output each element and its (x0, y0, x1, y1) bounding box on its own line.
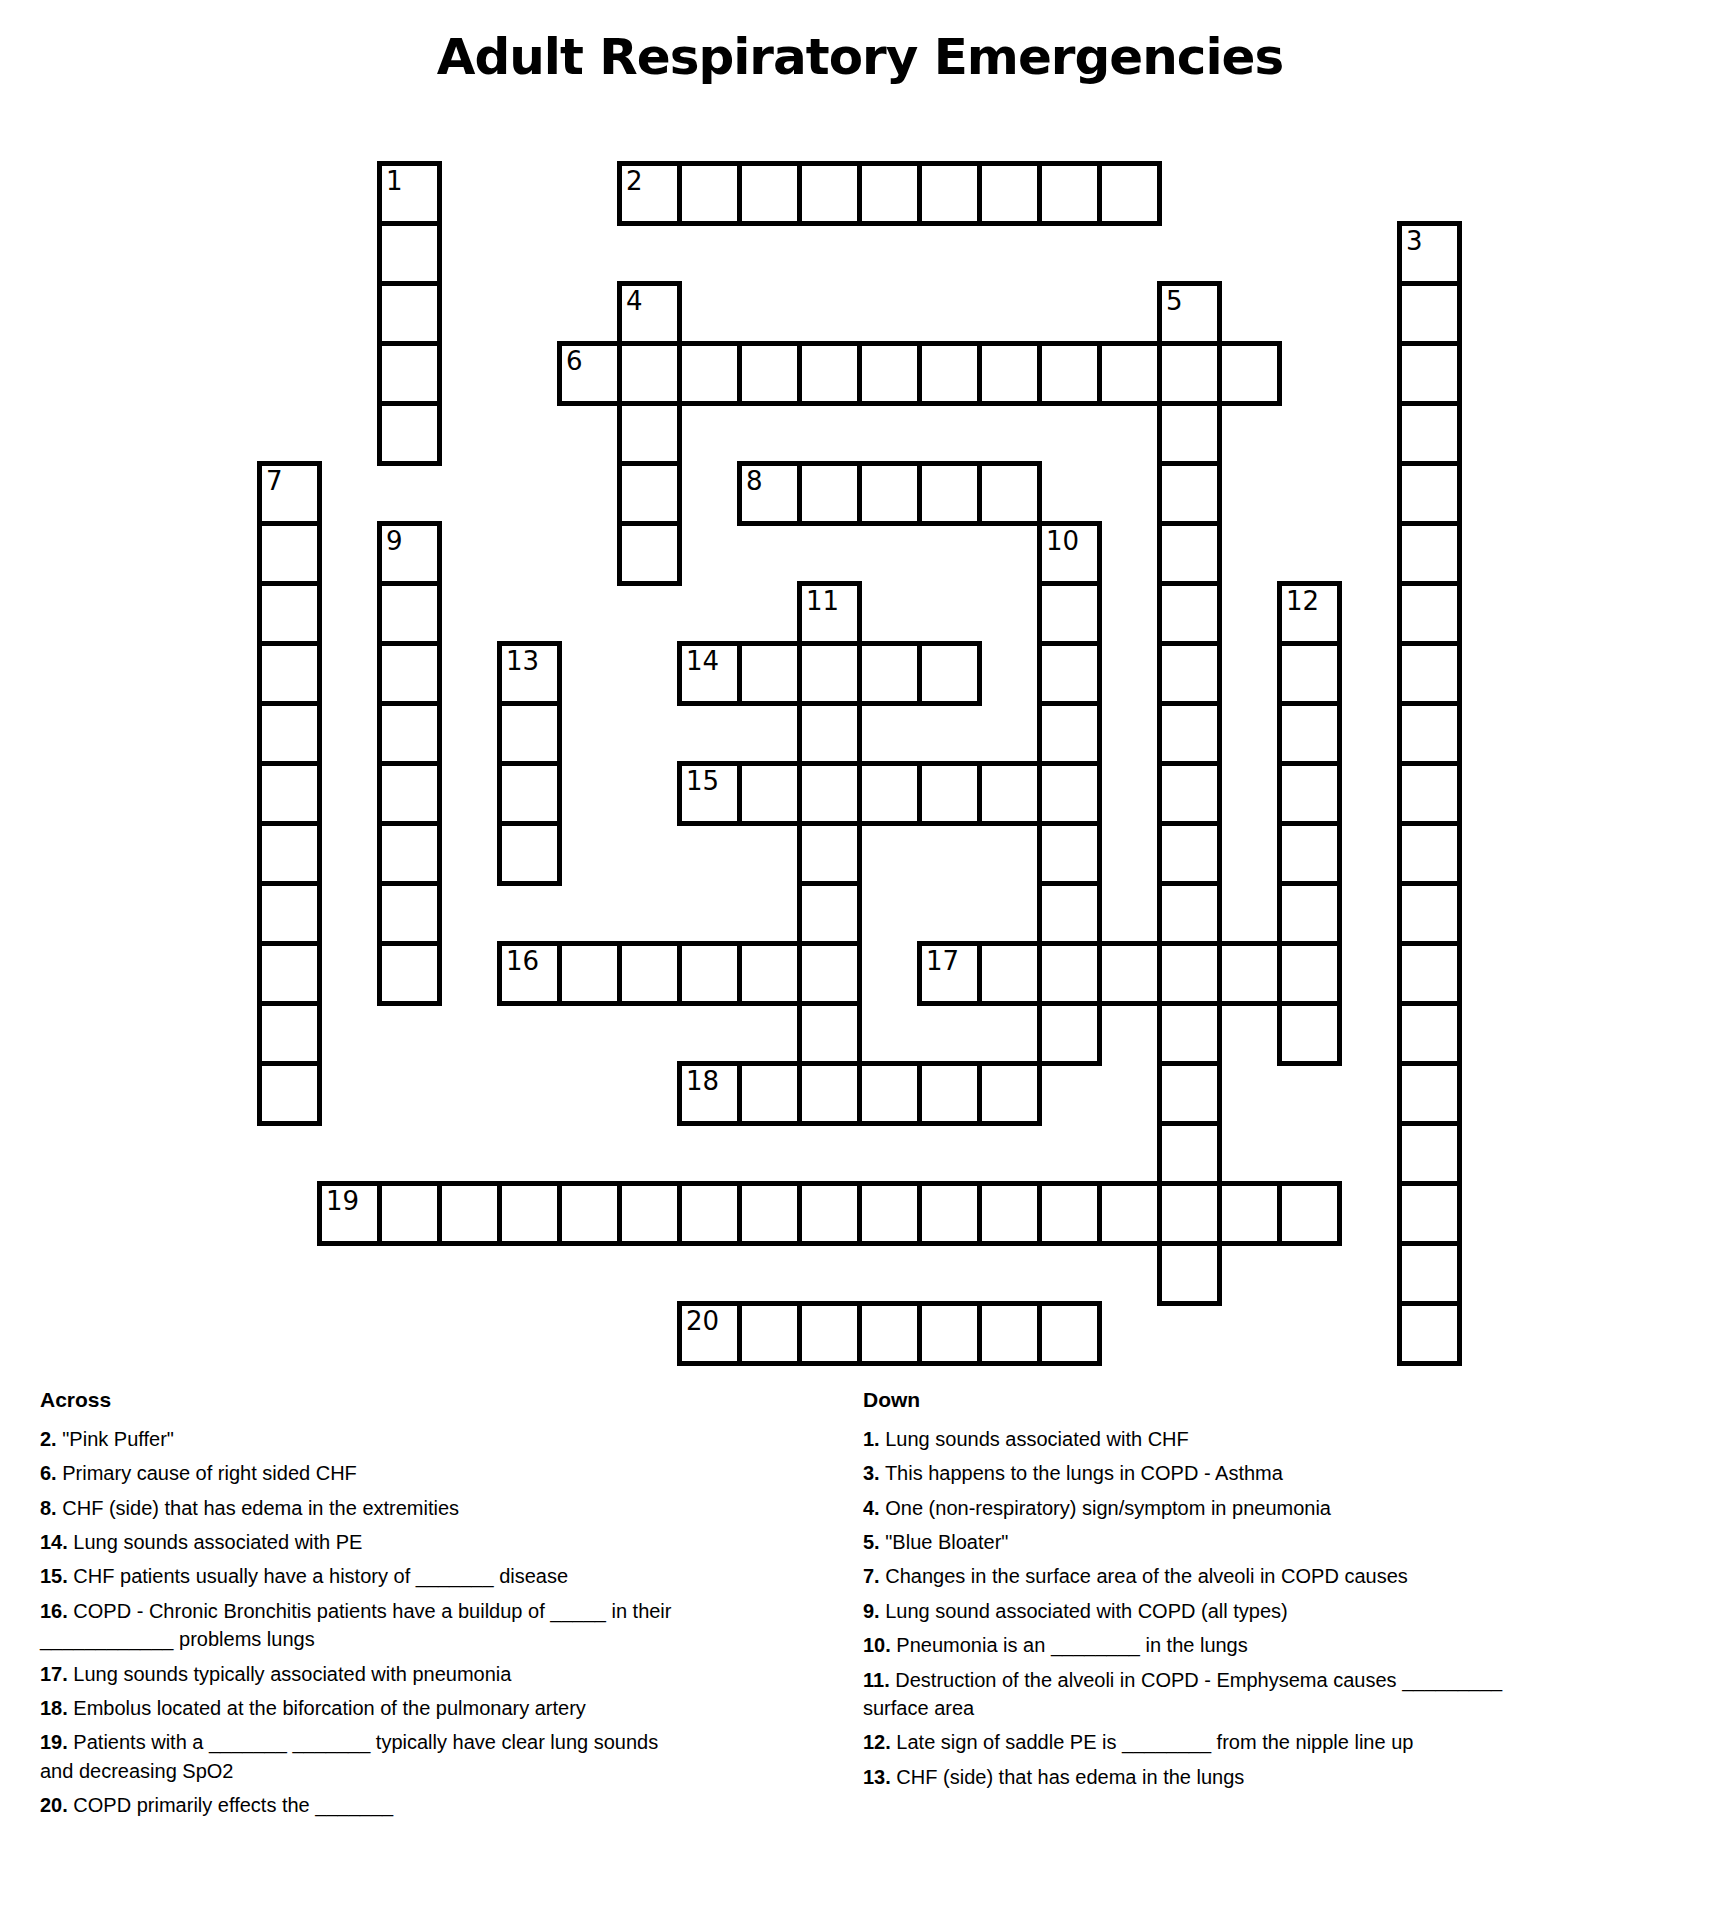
clue-text: COPD primarily effects the _______ (68, 1794, 393, 1816)
cell-number: 7 (266, 466, 283, 496)
grid-cell[interactable] (377, 221, 442, 286)
cell-number: 3 (1406, 226, 1423, 256)
grid-cell[interactable] (1157, 701, 1222, 766)
grid-cell[interactable] (377, 341, 442, 406)
grid-cell[interactable]: 10 (1037, 521, 1102, 586)
grid-cell[interactable]: 20 (677, 1301, 742, 1366)
grid-cell[interactable] (377, 821, 442, 886)
grid-cell[interactable] (1157, 1241, 1222, 1306)
clue-number: 12. (863, 1731, 891, 1753)
grid-cell[interactable] (257, 701, 322, 766)
grid-cell[interactable] (857, 1181, 922, 1246)
grid-cell[interactable] (1157, 581, 1222, 646)
grid-cell[interactable] (1397, 1181, 1462, 1246)
clue-item: 1. Lung sounds associated with CHF (863, 1425, 1623, 1453)
grid-cell[interactable] (677, 1181, 742, 1246)
grid-cell[interactable] (917, 641, 982, 706)
clue-text: COPD - Chronic Bronchitis patients have … (40, 1600, 671, 1650)
clue-number: 6. (40, 1462, 57, 1484)
clue-number: 3. (863, 1462, 880, 1484)
grid-cell[interactable]: 16 (497, 941, 562, 1006)
grid-cell[interactable] (617, 341, 682, 406)
clue-number: 5. (863, 1531, 880, 1553)
grid-cell[interactable] (497, 1181, 562, 1246)
grid-cell[interactable] (797, 881, 862, 946)
grid-cell[interactable] (1397, 1001, 1462, 1066)
grid-cell[interactable] (617, 521, 682, 586)
across-heading: Across (40, 1385, 800, 1415)
grid-cell[interactable] (857, 761, 922, 826)
grid-cell[interactable] (1277, 641, 1342, 706)
grid-cell[interactable] (377, 701, 442, 766)
grid-cell[interactable] (977, 161, 1042, 226)
grid-cell[interactable] (917, 161, 982, 226)
grid-cell[interactable] (737, 761, 802, 826)
grid-cell[interactable] (1157, 341, 1222, 406)
grid-cell[interactable] (797, 761, 862, 826)
grid-cell[interactable] (917, 1061, 982, 1126)
grid-cell[interactable] (737, 1301, 802, 1366)
grid-cell[interactable] (797, 1301, 862, 1366)
grid-cell[interactable] (617, 461, 682, 526)
grid-cell[interactable] (797, 1061, 862, 1126)
grid-cell[interactable]: 9 (377, 521, 442, 586)
grid-cell[interactable] (1397, 881, 1462, 946)
cell-number: 9 (386, 526, 403, 556)
grid-cell[interactable] (1097, 341, 1162, 406)
grid-cell[interactable] (977, 1181, 1042, 1246)
grid-cell[interactable]: 1 (377, 161, 442, 226)
across-clues: Across 2. "Pink Puffer"6. Primary cause … (40, 1385, 800, 1826)
grid-cell[interactable] (1097, 161, 1162, 226)
clue-text: Patients with a _______ _______ typicall… (40, 1731, 658, 1781)
grid-cell[interactable] (1037, 701, 1102, 766)
grid-cell[interactable] (1397, 521, 1462, 586)
down-heading: Down (863, 1385, 1623, 1415)
clue-item: 13. CHF (side) that has edema in the lun… (863, 1763, 1623, 1791)
grid-cell[interactable] (797, 161, 862, 226)
cell-number: 8 (746, 466, 763, 496)
grid-cell[interactable] (1097, 1181, 1162, 1246)
clue-text: CHF (side) that has edema in the extremi… (57, 1497, 459, 1519)
grid-cell[interactable] (1157, 1001, 1222, 1066)
cell-number: 17 (926, 946, 959, 976)
grid-cell[interactable] (1397, 581, 1462, 646)
grid-cell[interactable] (1397, 401, 1462, 466)
cell-number: 14 (686, 646, 719, 676)
grid-cell[interactable]: 5 (1157, 281, 1222, 346)
grid-cell[interactable] (797, 941, 862, 1006)
clue-number: 1. (863, 1428, 880, 1450)
clue-text: Lung sounds associated with PE (68, 1531, 363, 1553)
grid-cell[interactable]: 6 (557, 341, 622, 406)
cell-number: 4 (626, 286, 643, 316)
clue-text: "Pink Puffer" (57, 1428, 174, 1450)
grid-cell[interactable] (1037, 1181, 1102, 1246)
grid-cell[interactable] (617, 401, 682, 466)
grid-cell[interactable] (797, 641, 862, 706)
grid-cell[interactable] (1397, 281, 1462, 346)
clue-item: 18. Embolus located at the biforcation o… (40, 1694, 800, 1722)
cell-number: 6 (566, 346, 583, 376)
grid-cell[interactable]: 14 (677, 641, 742, 706)
clue-number: 14. (40, 1531, 68, 1553)
grid-cell[interactable] (617, 941, 682, 1006)
grid-cell[interactable] (1037, 821, 1102, 886)
grid-cell[interactable] (797, 341, 862, 406)
clue-item: 17. Lung sounds typically associated wit… (40, 1660, 800, 1688)
cell-number: 1 (386, 166, 403, 196)
grid-cell[interactable] (1397, 761, 1462, 826)
grid-cell[interactable] (797, 1181, 862, 1246)
grid-cell[interactable] (1397, 641, 1462, 706)
clue-number: 9. (863, 1600, 880, 1622)
cell-number: 19 (326, 1186, 359, 1216)
grid-cell[interactable] (257, 761, 322, 826)
clue-text: One (non-respiratory) sign/symptom in pn… (880, 1497, 1331, 1519)
grid-cell[interactable] (737, 1181, 802, 1246)
clue-text: Destruction of the alveoli in COPD - Emp… (863, 1669, 1502, 1719)
grid-cell[interactable] (737, 341, 802, 406)
grid-cell[interactable] (257, 521, 322, 586)
grid-cell[interactable]: 18 (677, 1061, 742, 1126)
grid-cell[interactable] (1157, 1061, 1222, 1126)
grid-cell[interactable] (1037, 161, 1102, 226)
grid-cell[interactable] (677, 161, 742, 226)
clue-text: Late sign of saddle PE is ________ from … (891, 1731, 1414, 1753)
grid-cell[interactable]: 4 (617, 281, 682, 346)
cell-number: 2 (626, 166, 643, 196)
cell-number: 15 (686, 766, 719, 796)
grid-cell[interactable] (1277, 941, 1342, 1006)
clue-item: 15. CHF patients usually have a history … (40, 1562, 800, 1590)
grid-cell[interactable] (1277, 821, 1342, 886)
grid-cell[interactable] (1277, 1001, 1342, 1066)
grid-cell[interactable] (557, 941, 622, 1006)
grid-cell[interactable] (497, 821, 562, 886)
grid-cell[interactable] (1157, 761, 1222, 826)
grid-cell[interactable] (797, 1001, 862, 1066)
clue-number: 13. (863, 1766, 891, 1788)
grid-cell[interactable] (1277, 881, 1342, 946)
grid-cell[interactable] (737, 1061, 802, 1126)
cell-number: 18 (686, 1066, 719, 1096)
clue-item: 14. Lung sounds associated with PE (40, 1528, 800, 1556)
grid-cell[interactable] (1277, 761, 1342, 826)
puzzle-title: Adult Respiratory Emergencies (0, 28, 1720, 86)
grid-cell[interactable] (377, 1181, 442, 1246)
clue-text: Lung sounds associated with CHF (880, 1428, 1189, 1450)
clue-number: 10. (863, 1634, 891, 1656)
grid-cell[interactable] (257, 1061, 322, 1126)
across-list: 2. "Pink Puffer"6. Primary cause of righ… (40, 1425, 800, 1820)
cell-number: 20 (686, 1306, 719, 1336)
grid-cell[interactable] (497, 701, 562, 766)
grid-cell[interactable] (257, 821, 322, 886)
clue-number: 4. (863, 1497, 880, 1519)
grid-cell[interactable] (1037, 641, 1102, 706)
clue-item: 20. COPD primarily effects the _______ (40, 1791, 800, 1819)
grid-cell[interactable] (857, 1061, 922, 1126)
clue-item: 19. Patients with a _______ _______ typi… (40, 1728, 800, 1785)
grid-cell[interactable] (857, 461, 922, 526)
grid-cell[interactable] (437, 1181, 502, 1246)
grid-cell[interactable] (377, 641, 442, 706)
grid-cell[interactable] (377, 581, 442, 646)
grid-cell[interactable]: 7 (257, 461, 322, 526)
grid-cell[interactable]: 3 (1397, 221, 1462, 286)
grid-cell[interactable] (1397, 821, 1462, 886)
grid-cell[interactable] (857, 1301, 922, 1366)
clue-item: 9. Lung sound associated with COPD (all … (863, 1597, 1623, 1625)
grid-cell[interactable]: 8 (737, 461, 802, 526)
grid-cell[interactable] (1157, 941, 1222, 1006)
grid-cell[interactable] (1037, 881, 1102, 946)
grid-cell[interactable] (1157, 881, 1222, 946)
grid-cell[interactable] (737, 161, 802, 226)
clue-text: Embolus located at the biforcation of th… (68, 1697, 586, 1719)
cell-number: 11 (806, 586, 839, 616)
clue-number: 15. (40, 1565, 68, 1587)
grid-cell[interactable] (617, 1181, 682, 1246)
grid-cell[interactable] (1097, 941, 1162, 1006)
clue-number: 19. (40, 1731, 68, 1753)
clue-number: 8. (40, 1497, 57, 1519)
clue-item: 16. COPD - Chronic Bronchitis patients h… (40, 1597, 800, 1654)
grid-cell[interactable] (1037, 341, 1102, 406)
grid-cell[interactable] (797, 461, 862, 526)
grid-cell[interactable] (377, 761, 442, 826)
grid-cell[interactable] (557, 1181, 622, 1246)
clue-item: 11. Destruction of the alveoli in COPD -… (863, 1666, 1623, 1723)
clue-item: 5. "Blue Bloater" (863, 1528, 1623, 1556)
grid-cell[interactable] (257, 581, 322, 646)
grid-cell[interactable] (1217, 1181, 1282, 1246)
grid-cell[interactable] (857, 641, 922, 706)
grid-cell[interactable] (917, 341, 982, 406)
clue-text: Lung sound associated with COPD (all typ… (880, 1600, 1288, 1622)
grid-cell[interactable] (377, 941, 442, 1006)
grid-cell[interactable] (257, 641, 322, 706)
down-clues: Down 1. Lung sounds associated with CHF3… (863, 1385, 1623, 1797)
clue-text: Changes in the surface area of the alveo… (880, 1565, 1408, 1587)
cell-number: 12 (1286, 586, 1319, 616)
grid-cell[interactable] (857, 341, 922, 406)
cell-number: 5 (1166, 286, 1183, 316)
grid-cell[interactable] (377, 881, 442, 946)
grid-cell[interactable] (1157, 521, 1222, 586)
grid-cell[interactable] (1397, 1121, 1462, 1186)
clue-text: Pneumonia is an ________ in the lungs (891, 1634, 1248, 1656)
grid-cell[interactable] (497, 761, 562, 826)
down-list: 1. Lung sounds associated with CHF3. Thi… (863, 1425, 1623, 1791)
grid-cell[interactable] (1037, 941, 1102, 1006)
grid-cell[interactable]: 11 (797, 581, 862, 646)
grid-cell[interactable] (257, 941, 322, 1006)
clue-text: This happens to the lungs in COPD - Asth… (880, 1462, 1283, 1484)
clue-number: 17. (40, 1663, 68, 1685)
clue-item: 3. This happens to the lungs in COPD - A… (863, 1459, 1623, 1487)
grid-cell[interactable] (1397, 941, 1462, 1006)
clue-text: Primary cause of right sided CHF (57, 1462, 357, 1484)
grid-cell[interactable] (977, 761, 1042, 826)
grid-cell[interactable] (1037, 1301, 1102, 1366)
grid-cell[interactable]: 17 (917, 941, 982, 1006)
grid-cell[interactable] (1037, 761, 1102, 826)
grid-cell[interactable] (977, 941, 1042, 1006)
grid-cell[interactable] (1397, 1301, 1462, 1366)
grid-cell[interactable] (1397, 341, 1462, 406)
grid-cell[interactable] (677, 341, 742, 406)
grid-cell[interactable] (917, 1181, 982, 1246)
grid-cell[interactable]: 12 (1277, 581, 1342, 646)
clue-item: 7. Changes in the surface area of the al… (863, 1562, 1623, 1590)
clue-item: 6. Primary cause of right sided CHF (40, 1459, 800, 1487)
grid-cell[interactable]: 13 (497, 641, 562, 706)
grid-cell[interactable] (977, 341, 1042, 406)
grid-cell[interactable] (377, 281, 442, 346)
grid-cell[interactable]: 15 (677, 761, 742, 826)
grid-cell[interactable] (1397, 1241, 1462, 1306)
grid-cell[interactable] (1037, 581, 1102, 646)
grid-cell[interactable] (1157, 1181, 1222, 1246)
grid-cell[interactable]: 19 (317, 1181, 382, 1246)
cell-number: 10 (1046, 526, 1079, 556)
clue-item: 2. "Pink Puffer" (40, 1425, 800, 1453)
grid-cell[interactable] (977, 461, 1042, 526)
clue-number: 18. (40, 1697, 68, 1719)
grid-cell[interactable] (737, 641, 802, 706)
cell-number: 13 (506, 646, 539, 676)
grid-cell[interactable] (257, 881, 322, 946)
clue-number: 7. (863, 1565, 880, 1587)
clue-number: 16. (40, 1600, 68, 1622)
clue-item: 4. One (non-respiratory) sign/symptom in… (863, 1494, 1623, 1522)
grid-cell[interactable] (917, 1301, 982, 1366)
clue-text: CHF (side) that has edema in the lungs (891, 1766, 1245, 1788)
clue-item: 10. Pneumonia is an ________ in the lung… (863, 1631, 1623, 1659)
grid-cell[interactable] (1157, 821, 1222, 886)
clue-text: "Blue Bloater" (880, 1531, 1009, 1553)
grid-cell[interactable] (797, 701, 862, 766)
grid-cell[interactable] (1157, 641, 1222, 706)
grid-cell[interactable] (917, 461, 982, 526)
cell-number: 16 (506, 946, 539, 976)
grid-cell[interactable] (257, 1001, 322, 1066)
clue-number: 11. (863, 1669, 890, 1691)
grid-cell[interactable] (1217, 941, 1282, 1006)
grid-cell[interactable] (917, 761, 982, 826)
grid-cell[interactable] (1217, 341, 1282, 406)
grid-cell[interactable] (977, 1061, 1042, 1126)
grid-cell[interactable] (1397, 1061, 1462, 1126)
clue-number: 2. (40, 1428, 57, 1450)
grid-cell[interactable] (1277, 1181, 1342, 1246)
clue-item: 8. CHF (side) that has edema in the extr… (40, 1494, 800, 1522)
grid-cell[interactable] (1157, 461, 1222, 526)
grid-cell[interactable] (857, 161, 922, 226)
page: { "game": "crossword", "title": "Adult R… (0, 0, 1720, 1920)
grid-cell[interactable] (1037, 1001, 1102, 1066)
grid-cell[interactable] (377, 401, 442, 466)
clue-item: 12. Late sign of saddle PE is ________ f… (863, 1728, 1623, 1756)
grid-cell[interactable] (1277, 701, 1342, 766)
grid-cell[interactable] (977, 1301, 1042, 1366)
grid-cell[interactable] (677, 941, 742, 1006)
grid-cell[interactable] (1397, 701, 1462, 766)
clue-text: CHF patients usually have a history of _… (68, 1565, 568, 1587)
clue-text: Lung sounds typically associated with pn… (68, 1663, 512, 1685)
grid-cell[interactable] (1157, 401, 1222, 466)
grid-cell[interactable] (737, 941, 802, 1006)
clue-number: 20. (40, 1794, 68, 1816)
crossword-grid: 1234567891011121314151617181920 (257, 161, 1462, 1366)
grid-cell[interactable]: 2 (617, 161, 682, 226)
grid-cell[interactable] (1157, 1121, 1222, 1186)
grid-cell[interactable] (797, 821, 862, 886)
grid-cell[interactable] (1397, 461, 1462, 526)
